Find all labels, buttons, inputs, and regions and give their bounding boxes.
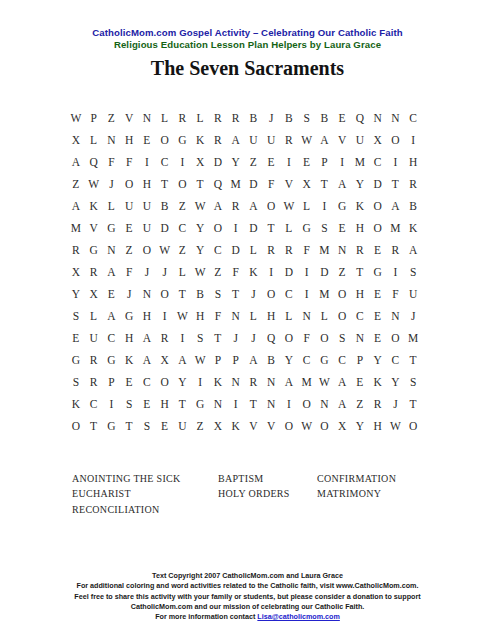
grid-cell-r9c11: J — [245, 283, 263, 305]
grid-cell-r6c12: T — [262, 217, 280, 239]
grid-cell-r12c2: R — [85, 349, 103, 371]
grid-cell-r11c12: Q — [262, 327, 280, 349]
grid-cell-r1c19: N — [387, 107, 405, 129]
grid-cell-r4c13: V — [280, 173, 298, 195]
grid-cell-r6c10: I — [227, 217, 245, 239]
footer-line: Feel free to share this activity with yo… — [0, 592, 495, 602]
grid-cell-r5c5: U — [138, 195, 156, 217]
grid-cell-r5c4: U — [120, 195, 138, 217]
grid-cell-r11c7: I — [174, 327, 192, 349]
grid-cell-r6c8: Y — [191, 217, 209, 239]
grid-cell-r14c15: N — [316, 393, 334, 415]
word-item: RECONCILIATION — [72, 502, 181, 517]
grid-cell-r3c9: D — [209, 151, 227, 173]
grid-cell-r13c3: P — [103, 371, 121, 393]
grid-cell-r9c5: N — [138, 283, 156, 305]
grid-cell-r3c5: I — [138, 151, 156, 173]
grid-cell-r15c14: W — [298, 415, 316, 437]
grid-cell-r11c2: U — [85, 327, 103, 349]
grid-cell-r10c5: H — [138, 305, 156, 327]
grid-cell-r12c5: A — [138, 349, 156, 371]
grid-cell-r7c5: O — [138, 239, 156, 261]
grid-cell-r6c1: M — [67, 217, 85, 239]
grid-cell-r12c3: G — [103, 349, 121, 371]
word-list-column-1: ANOINTING THE SICK EUCHARIST RECONCILIAT… — [72, 471, 181, 517]
grid-cell-r13c7: Y — [174, 371, 192, 393]
grid-cell-r3c10: Y — [227, 151, 245, 173]
grid-cell-r10c20: J — [404, 305, 422, 327]
grid-cell-r11c5: A — [138, 327, 156, 349]
grid-cell-r6c4: E — [120, 217, 138, 239]
grid-cell-r8c15: D — [316, 261, 334, 283]
grid-cell-r7c12: R — [262, 239, 280, 261]
grid-cell-r1c20: C — [404, 107, 422, 129]
grid-cell-r12c17: P — [351, 349, 369, 371]
grid-cell-r5c19: A — [387, 195, 405, 217]
grid-cell-r4c14: X — [298, 173, 316, 195]
grid-cell-r6c20: K — [404, 217, 422, 239]
grid-cell-r1c16: E — [333, 107, 351, 129]
grid-cell-r3c17: M — [351, 151, 369, 173]
grid-cell-r3c16: I — [333, 151, 351, 173]
grid-cell-r4c4: O — [120, 173, 138, 195]
grid-cell-r11c10: J — [227, 327, 245, 349]
grid-cell-r6c16: E — [333, 217, 351, 239]
grid-cell-r4c3: J — [103, 173, 121, 195]
grid-cell-r15c19: W — [387, 415, 405, 437]
grid-cell-r13c20: S — [404, 371, 422, 393]
grid-cell-r5c11: A — [245, 195, 263, 217]
grid-cell-r9c3: E — [103, 283, 121, 305]
grid-cell-r2c9: R — [209, 129, 227, 151]
grid-cell-r15c10: K — [227, 415, 245, 437]
grid-cell-r11c19: O — [387, 327, 405, 349]
grid-cell-r7c8: Y — [191, 239, 209, 261]
grid-cell-r8c14: I — [298, 261, 316, 283]
grid-cell-r13c10: N — [227, 371, 245, 393]
grid-cell-r10c19: N — [387, 305, 405, 327]
grid-cell-r7c16: N — [333, 239, 351, 261]
grid-cell-r8c17: T — [351, 261, 369, 283]
grid-cell-r2c15: A — [316, 129, 334, 151]
grid-cell-r12c19: C — [387, 349, 405, 371]
grid-cell-r13c13: A — [280, 371, 298, 393]
grid-cell-r9c8: B — [191, 283, 209, 305]
grid-cell-r3c14: E — [298, 151, 316, 173]
grid-cell-r6c7: C — [174, 217, 192, 239]
grid-cell-r5c10: R — [227, 195, 245, 217]
grid-cell-r3c4: F — [120, 151, 138, 173]
grid-cell-r4c17: Y — [351, 173, 369, 195]
grid-cell-r13c14: M — [298, 371, 316, 393]
footer-contact-prefix: For more information contact — [155, 612, 257, 621]
grid-cell-r15c1: O — [67, 415, 85, 437]
grid-cell-r4c15: T — [316, 173, 334, 195]
grid-cell-r9c15: M — [316, 283, 334, 305]
grid-cell-r1c9: R — [209, 107, 227, 129]
grid-cell-r2c17: U — [351, 129, 369, 151]
page-footer: Text Copyright 2007 CatholicMom.com and … — [0, 571, 495, 622]
grid-cell-r1c5: N — [138, 107, 156, 129]
grid-cell-r12c13: Y — [280, 349, 298, 371]
grid-cell-r1c1: W — [67, 107, 85, 129]
grid-cell-r15c2: T — [85, 415, 103, 437]
grid-cell-r5c3: L — [103, 195, 121, 217]
grid-cell-r7c1: R — [67, 239, 85, 261]
grid-cell-r11c16: S — [333, 327, 351, 349]
grid-cell-r5c8: W — [191, 195, 209, 217]
grid-cell-r8c18: G — [369, 261, 387, 283]
grid-cell-r2c5: E — [138, 129, 156, 151]
grid-cell-r5c13: W — [280, 195, 298, 217]
grid-cell-r6c18: O — [369, 217, 387, 239]
grid-cell-r13c2: R — [85, 371, 103, 393]
grid-cell-r1c17: Q — [351, 107, 369, 129]
grid-cell-r9c14: I — [298, 283, 316, 305]
grid-cell-r12c8: W — [191, 349, 209, 371]
grid-cell-r4c1: Z — [67, 173, 85, 195]
grid-cell-r6c11: D — [245, 217, 263, 239]
grid-cell-r7c3: N — [103, 239, 121, 261]
grid-cell-r2c11: U — [245, 129, 263, 151]
grid-cell-r9c17: H — [351, 283, 369, 305]
grid-cell-r7c11: L — [245, 239, 263, 261]
grid-cell-r12c9: P — [209, 349, 227, 371]
grid-cell-r3c7: I — [174, 151, 192, 173]
footer-line: For additional coloring and word activit… — [0, 581, 495, 591]
grid-cell-r8c8: W — [191, 261, 209, 283]
grid-cell-r9c7: T — [174, 283, 192, 305]
grid-cell-r6c19: M — [387, 217, 405, 239]
grid-cell-r9c16: O — [333, 283, 351, 305]
grid-cell-r14c9: N — [209, 393, 227, 415]
grid-cell-r2c10: A — [227, 129, 245, 151]
grid-cell-r9c1: Y — [67, 283, 85, 305]
grid-cell-r6c14: G — [298, 217, 316, 239]
grid-cell-r5c9: A — [209, 195, 227, 217]
grid-cell-r2c3: N — [103, 129, 121, 151]
grid-cell-r1c8: L — [191, 107, 209, 129]
grid-cell-r5c12: O — [262, 195, 280, 217]
grid-cell-r15c11: V — [245, 415, 263, 437]
word-search-grid: WPZVNLRLRRBJBSBEQNNCXLNHEOGKRAUURWAVUXOI… — [67, 107, 422, 437]
grid-cell-r4c7: O — [174, 173, 192, 195]
grid-cell-r10c9: F — [209, 305, 227, 327]
grid-cell-r8c10: F — [227, 261, 245, 283]
grid-cell-r12c11: A — [245, 349, 263, 371]
word-list-column-3: CONFIRMATION MATRIMONY — [317, 471, 396, 502]
grid-cell-r14c11: T — [245, 393, 263, 415]
grid-cell-r1c2: P — [85, 107, 103, 129]
grid-cell-r2c1: X — [67, 129, 85, 151]
grid-cell-r9c13: C — [280, 283, 298, 305]
word-item: EUCHARIST — [72, 486, 181, 501]
grid-cell-r4c20: R — [404, 173, 422, 195]
grid-cell-r13c15: W — [316, 371, 334, 393]
grid-cell-r8c4: F — [120, 261, 138, 283]
grid-cell-r6c2: V — [85, 217, 103, 239]
grid-cell-r9c4: J — [120, 283, 138, 305]
grid-cell-r14c6: H — [156, 393, 174, 415]
grid-cell-r8c7: L — [174, 261, 192, 283]
grid-cell-r3c6: C — [156, 151, 174, 173]
grid-cell-r10c4: G — [120, 305, 138, 327]
grid-cell-r2c14: W — [298, 129, 316, 151]
word-item: MATRIMONY — [317, 486, 396, 501]
word-item: CONFIRMATION — [317, 471, 396, 486]
grid-cell-r8c5: J — [138, 261, 156, 283]
grid-cell-r9c9: S — [209, 283, 227, 305]
grid-cell-r14c8: G — [191, 393, 209, 415]
grid-cell-r15c17: Y — [351, 415, 369, 437]
grid-cell-r5c15: I — [316, 195, 334, 217]
grid-cell-r15c12: V — [262, 415, 280, 437]
grid-cell-r15c15: O — [316, 415, 334, 437]
grid-cell-r15c4: T — [120, 415, 138, 437]
grid-cell-r8c9: Z — [209, 261, 227, 283]
word-item: ANOINTING THE SICK — [72, 471, 181, 486]
grid-cell-r11c6: R — [156, 327, 174, 349]
grid-cell-r12c18: Y — [369, 349, 387, 371]
grid-cell-r10c8: H — [191, 305, 209, 327]
grid-cell-r2c2: L — [85, 129, 103, 151]
grid-cell-r10c6: I — [156, 305, 174, 327]
footer-line: CatholicMom.com and our mission of celeb… — [0, 602, 495, 612]
grid-cell-r12c20: T — [404, 349, 422, 371]
grid-cell-r10c2: L — [85, 305, 103, 327]
grid-cell-r12c10: P — [227, 349, 245, 371]
grid-cell-r4c11: D — [245, 173, 263, 195]
grid-cell-r2c16: V — [333, 129, 351, 151]
grid-cell-r7c4: Z — [120, 239, 138, 261]
grid-cell-r2c12: U — [262, 129, 280, 151]
grid-cell-r1c18: N — [369, 107, 387, 129]
grid-cell-r13c12: N — [262, 371, 280, 393]
word-list-column-2: BAPTISM HOLY ORDERS — [218, 471, 290, 502]
grid-cell-r15c18: H — [369, 415, 387, 437]
grid-cell-r12c15: G — [316, 349, 334, 371]
grid-cell-r5c20: B — [404, 195, 422, 217]
grid-cell-r1c7: R — [174, 107, 192, 129]
grid-cell-r13c11: R — [245, 371, 263, 393]
grid-cell-r15c13: O — [280, 415, 298, 437]
grid-cell-r3c20: H — [404, 151, 422, 173]
grid-cell-r7c17: R — [351, 239, 369, 261]
grid-cell-r3c1: A — [67, 151, 85, 173]
grid-cell-r3c13: I — [280, 151, 298, 173]
grid-cell-r14c10: I — [227, 393, 245, 415]
grid-cell-r1c10: R — [227, 107, 245, 129]
grid-cell-r6c9: O — [209, 217, 227, 239]
grid-cell-r5c17: K — [351, 195, 369, 217]
grid-cell-r14c18: R — [369, 393, 387, 415]
grid-cell-r1c3: Z — [103, 107, 121, 129]
grid-cell-r12c6: X — [156, 349, 174, 371]
grid-cell-r13c17: E — [351, 371, 369, 393]
grid-cell-r8c2: R — [85, 261, 103, 283]
grid-cell-r6c6: D — [156, 217, 174, 239]
grid-cell-r6c5: U — [138, 217, 156, 239]
grid-cell-r15c20: O — [404, 415, 422, 437]
grid-cell-r9c20: U — [404, 283, 422, 305]
grid-cell-r11c9: T — [209, 327, 227, 349]
grid-cell-r14c14: O — [298, 393, 316, 415]
grid-cell-r10c13: L — [280, 305, 298, 327]
grid-cell-r11c11: J — [245, 327, 263, 349]
grid-cell-r13c6: O — [156, 371, 174, 393]
grid-cell-r11c3: C — [103, 327, 121, 349]
grid-cell-r8c20: S — [404, 261, 422, 283]
grid-cell-r7c14: F — [298, 239, 316, 261]
grid-cell-r14c4: S — [120, 393, 138, 415]
grid-cell-r1c12: J — [262, 107, 280, 129]
grid-cell-r13c1: S — [67, 371, 85, 393]
grid-cell-r7c15: M — [316, 239, 334, 261]
grid-cell-r5c1: A — [67, 195, 85, 217]
grid-cell-r5c14: L — [298, 195, 316, 217]
grid-cell-r11c20: M — [404, 327, 422, 349]
grid-cell-r7c2: G — [85, 239, 103, 261]
page-header: CatholicMom.com Gospel Activity – Celebr… — [0, 27, 495, 51]
grid-cell-r9c2: X — [85, 283, 103, 305]
grid-cell-r1c11: B — [245, 107, 263, 129]
grid-cell-r1c4: V — [120, 107, 138, 129]
grid-cell-r6c15: S — [316, 217, 334, 239]
grid-cell-r3c19: I — [387, 151, 405, 173]
grid-cell-r8c13: D — [280, 261, 298, 283]
grid-cell-r8c12: I — [262, 261, 280, 283]
grid-cell-r14c17: Z — [351, 393, 369, 415]
grid-cell-r11c8: S — [191, 327, 209, 349]
grid-cell-r14c1: K — [67, 393, 85, 415]
grid-cell-r11c14: F — [298, 327, 316, 349]
grid-cell-r10c1: S — [67, 305, 85, 327]
grid-cell-r2c7: G — [174, 129, 192, 151]
grid-cell-r11c13: O — [280, 327, 298, 349]
grid-cell-r3c18: C — [369, 151, 387, 173]
grid-cell-r13c4: E — [120, 371, 138, 393]
grid-cell-r10c17: C — [351, 305, 369, 327]
grid-cell-r4c16: A — [333, 173, 351, 195]
grid-cell-r10c18: E — [369, 305, 387, 327]
grid-cell-r10c11: L — [245, 305, 263, 327]
grid-cell-r2c20: I — [404, 129, 422, 151]
grid-cell-r15c5: S — [138, 415, 156, 437]
grid-cell-r6c13: L — [280, 217, 298, 239]
grid-cell-r11c1: E — [67, 327, 85, 349]
grid-cell-r7c13: R — [280, 239, 298, 261]
grid-cell-r5c6: B — [156, 195, 174, 217]
grid-cell-r12c14: C — [298, 349, 316, 371]
grid-cell-r8c16: Z — [333, 261, 351, 283]
grid-cell-r11c17: N — [351, 327, 369, 349]
grid-cell-r12c1: G — [67, 349, 85, 371]
grid-cell-r8c6: J — [156, 261, 174, 283]
grid-cell-r6c17: H — [351, 217, 369, 239]
grid-cell-r6c3: G — [103, 217, 121, 239]
grid-cell-r1c6: L — [156, 107, 174, 129]
grid-cell-r14c20: T — [404, 393, 422, 415]
grid-cell-r9c6: O — [156, 283, 174, 305]
grid-cell-r2c19: O — [387, 129, 405, 151]
grid-cell-r2c6: O — [156, 129, 174, 151]
grid-cell-r3c8: X — [191, 151, 209, 173]
grid-cell-r11c18: E — [369, 327, 387, 349]
word-item: HOLY ORDERS — [218, 486, 290, 501]
grid-cell-r14c12: N — [262, 393, 280, 415]
grid-cell-r11c4: H — [120, 327, 138, 349]
grid-cell-r7c18: E — [369, 239, 387, 261]
grid-cell-r4c10: M — [227, 173, 245, 195]
worksheet-page: CatholicMom.com Gospel Activity – Celebr… — [0, 0, 495, 640]
grid-cell-r2c4: H — [120, 129, 138, 151]
grid-cell-r3c3: F — [103, 151, 121, 173]
grid-cell-r7c20: A — [404, 239, 422, 261]
grid-cell-r3c12: E — [262, 151, 280, 173]
header-line2: Religious Education Lesson Plan Helpers … — [0, 39, 495, 51]
grid-cell-r14c5: E — [138, 393, 156, 415]
grid-cell-r4c2: W — [85, 173, 103, 195]
footer-line: Text Copyright 2007 CatholicMom.com and … — [0, 571, 495, 581]
grid-cell-r15c8: Z — [191, 415, 209, 437]
grid-cell-r7c7: Z — [174, 239, 192, 261]
grid-cell-r13c8: I — [191, 371, 209, 393]
grid-cell-r3c2: Q — [85, 151, 103, 173]
grid-cell-r10c10: N — [227, 305, 245, 327]
grid-cell-r13c5: C — [138, 371, 156, 393]
grid-cell-r13c19: Y — [387, 371, 405, 393]
grid-cell-r9c19: F — [387, 283, 405, 305]
grid-cell-r14c2: C — [85, 393, 103, 415]
grid-cell-r7c10: D — [227, 239, 245, 261]
grid-cell-r3c11: Z — [245, 151, 263, 173]
header-line1: CatholicMom.com Gospel Activity – Celebr… — [0, 27, 495, 39]
grid-cell-r1c13: B — [280, 107, 298, 129]
grid-cell-r12c7: A — [174, 349, 192, 371]
grid-cell-r1c15: B — [316, 107, 334, 129]
grid-cell-r5c16: G — [333, 195, 351, 217]
grid-cell-r4c18: D — [369, 173, 387, 195]
grid-cell-r13c18: K — [369, 371, 387, 393]
grid-cell-r4c8: T — [191, 173, 209, 195]
grid-cell-r11c15: O — [316, 327, 334, 349]
grid-cell-r2c13: R — [280, 129, 298, 151]
grid-cell-r12c4: K — [120, 349, 138, 371]
grid-cell-r14c19: J — [387, 393, 405, 415]
grid-cell-r14c3: I — [103, 393, 121, 415]
grid-cell-r10c14: N — [298, 305, 316, 327]
grid-cell-r7c6: W — [156, 239, 174, 261]
grid-cell-r15c9: X — [209, 415, 227, 437]
grid-cell-r13c16: A — [333, 371, 351, 393]
grid-cell-r15c3: G — [103, 415, 121, 437]
grid-cell-r10c15: L — [316, 305, 334, 327]
grid-cell-r2c8: K — [191, 129, 209, 151]
grid-cell-r4c19: T — [387, 173, 405, 195]
grid-cell-r3c15: P — [316, 151, 334, 173]
grid-cell-r5c2: K — [85, 195, 103, 217]
grid-cell-r10c12: H — [262, 305, 280, 327]
grid-cell-r5c7: Z — [174, 195, 192, 217]
email-link[interactable]: Lisa@catholicmom.com — [257, 612, 340, 621]
grid-cell-r8c11: K — [245, 261, 263, 283]
grid-cell-r14c13: I — [280, 393, 298, 415]
grid-cell-r10c3: A — [103, 305, 121, 327]
grid-cell-r5c18: O — [369, 195, 387, 217]
grid-cell-r4c5: H — [138, 173, 156, 195]
page-title: The Seven Sacraments — [0, 57, 495, 80]
grid-cell-r10c16: O — [333, 305, 351, 327]
